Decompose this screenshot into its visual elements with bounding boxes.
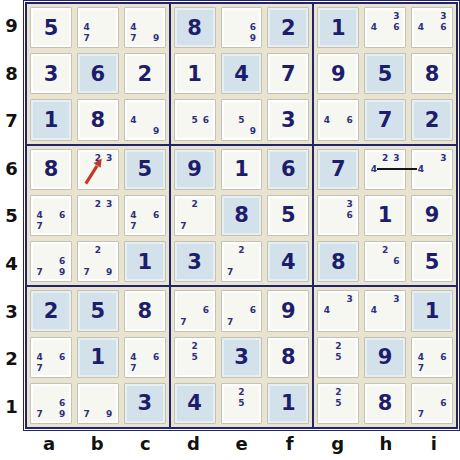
- row-label-2: 2: [0, 335, 23, 383]
- cell-d9[interactable]: 8: [174, 7, 216, 48]
- candidate-empty: [321, 221, 332, 232]
- candidate-empty: [344, 352, 355, 363]
- candidate-4: 4: [34, 210, 45, 221]
- candidate-empty: [333, 363, 344, 374]
- cell-c6[interactable]: 5: [124, 149, 166, 190]
- candidate-6: 6: [391, 256, 402, 267]
- cell-a4[interactable]: 679: [30, 241, 72, 282]
- candidate-7: 7: [128, 363, 139, 374]
- row-label-3: 3: [0, 287, 23, 335]
- cell-e7[interactable]: 59: [221, 99, 263, 140]
- box-8: 6767925384251: [171, 287, 313, 427]
- solved-digit: 5: [268, 196, 308, 235]
- candidate-empty: [139, 341, 150, 352]
- candidate-6: 6: [438, 398, 449, 409]
- sudoku-app: 987654321 547479362184986921475659313463…: [0, 0, 460, 460]
- cell-g5[interactable]: 36: [317, 195, 359, 236]
- candidate-empty: [380, 22, 391, 33]
- cell-i1[interactable]: 67: [411, 383, 453, 424]
- candidate-empty: [45, 387, 56, 398]
- solved-digit: 1: [365, 196, 405, 235]
- candidate-empty: [438, 341, 449, 352]
- candidate-empty: [236, 267, 247, 278]
- cell-h3[interactable]: 34: [364, 290, 406, 331]
- candidate-grid: 467: [128, 199, 162, 232]
- cell-i6[interactable]: 34: [411, 149, 453, 190]
- candidate-empty: [333, 103, 344, 114]
- solved-digit: 8: [365, 384, 405, 423]
- solved-digit: 8: [412, 54, 452, 93]
- col-label-a: a: [25, 429, 73, 458]
- cell-g1[interactable]: 25: [317, 383, 359, 424]
- cell-e1[interactable]: 25: [221, 383, 263, 424]
- cell-f1[interactable]: 1: [267, 383, 309, 424]
- cell-i2[interactable]: 467: [411, 337, 453, 378]
- row-label-4: 4: [0, 240, 23, 288]
- candidate-empty: [178, 294, 189, 305]
- candidate-empty: [34, 256, 45, 267]
- candidate-empty: [139, 22, 150, 33]
- cell-g2[interactable]: 25: [317, 337, 359, 378]
- candidate-empty: [333, 210, 344, 221]
- candidate-empty: [92, 267, 103, 278]
- candidate-empty: [57, 363, 68, 374]
- cell-c9[interactable]: 479: [124, 7, 166, 48]
- candidate-empty: [200, 316, 211, 327]
- candidate-7: 7: [34, 267, 45, 278]
- candidate-empty: [92, 22, 103, 33]
- candidate-empty: [333, 409, 344, 420]
- candidate-7: 7: [128, 221, 139, 232]
- candidate-empty: [200, 103, 211, 114]
- cell-f8[interactable]: 7: [267, 53, 309, 94]
- candidate-empty: [368, 316, 379, 327]
- candidate-4: 4: [81, 22, 92, 33]
- cell-d1[interactable]: 4: [174, 383, 216, 424]
- candidate-empty: [189, 103, 200, 114]
- cell-i5[interactable]: 9: [411, 195, 453, 236]
- candidate-empty: [333, 316, 344, 327]
- cell-g4[interactable]: 8: [317, 241, 359, 282]
- candidate-3: 3: [391, 11, 402, 22]
- cell-a3[interactable]: 2: [30, 290, 72, 331]
- candidate-empty: [150, 363, 161, 374]
- cell-a9[interactable]: 5: [30, 7, 72, 48]
- cell-d5[interactable]: 27: [174, 195, 216, 236]
- candidate-empty: [247, 316, 258, 327]
- given-digit: 9: [175, 150, 215, 189]
- candidate-empty: [92, 398, 103, 409]
- cell-d8[interactable]: 1: [174, 53, 216, 94]
- cell-f9[interactable]: 2: [267, 7, 309, 48]
- candidate-grid: 467: [34, 199, 68, 232]
- candidate-empty: [178, 305, 189, 316]
- candidate-grid: 67: [178, 294, 212, 327]
- cell-f4[interactable]: 4: [267, 241, 309, 282]
- cell-f6[interactable]: 6: [267, 149, 309, 190]
- candidate-5: 5: [333, 352, 344, 363]
- candidate-empty: [178, 199, 189, 210]
- candidate-grid: 56: [178, 103, 212, 136]
- candidate-empty: [344, 409, 355, 420]
- cell-b8[interactable]: 6: [77, 53, 119, 94]
- candidate-empty: [92, 11, 103, 22]
- cell-b2[interactable]: 1: [77, 337, 119, 378]
- candidate-empty: [189, 294, 200, 305]
- candidate-empty: [81, 398, 92, 409]
- candidate-empty: [92, 210, 103, 221]
- candidate-4: 4: [415, 22, 426, 33]
- cell-d3[interactable]: 67: [174, 290, 216, 331]
- row-labels: 987654321: [0, 2, 23, 430]
- cell-h2[interactable]: 9: [364, 337, 406, 378]
- candidate-empty: [225, 11, 236, 22]
- candidate-empty: [57, 245, 68, 256]
- candidate-empty: [150, 221, 161, 232]
- cell-d2[interactable]: 25: [174, 337, 216, 378]
- candidate-empty: [368, 245, 379, 256]
- candidate-empty: [81, 11, 92, 22]
- cell-b1[interactable]: 79: [77, 383, 119, 424]
- candidate-empty: [128, 103, 139, 114]
- cell-e4[interactable]: 27: [221, 241, 263, 282]
- candidate-empty: [415, 398, 426, 409]
- candidate-grid: 59: [225, 103, 259, 136]
- cell-a1[interactable]: 679: [30, 383, 72, 424]
- candidate-empty: [139, 352, 150, 363]
- cell-a6[interactable]: 8: [30, 149, 72, 190]
- candidate-grid: 36: [321, 199, 355, 232]
- candidate-6: 6: [344, 210, 355, 221]
- candidate-9: 9: [247, 126, 258, 137]
- cell-g8[interactable]: 9: [317, 53, 359, 94]
- candidate-empty: [236, 22, 247, 33]
- cell-c4[interactable]: 1: [124, 241, 166, 282]
- candidate-grid: 679: [34, 387, 68, 420]
- cell-b4[interactable]: 279: [77, 241, 119, 282]
- cell-i4[interactable]: 5: [411, 241, 453, 282]
- cell-f7[interactable]: 3: [267, 99, 309, 140]
- candidate-empty: [34, 245, 45, 256]
- candidate-empty: [344, 305, 355, 316]
- candidate-empty: [247, 256, 258, 267]
- candidate-6: 6: [247, 305, 258, 316]
- candidate-9: 9: [150, 33, 161, 44]
- candidate-empty: [247, 294, 258, 305]
- candidate-4: 4: [128, 352, 139, 363]
- candidate-empty: [321, 352, 332, 363]
- candidate-5: 5: [189, 352, 200, 363]
- candidate-empty: [200, 341, 211, 352]
- candidate-grid: 34: [321, 294, 355, 327]
- cell-b7[interactable]: 8: [77, 99, 119, 140]
- candidate-4: 4: [128, 115, 139, 126]
- candidate-empty: [92, 256, 103, 267]
- solved-digit: 8: [78, 100, 118, 139]
- candidate-empty: [426, 164, 437, 175]
- candidate-empty: [34, 199, 45, 210]
- cell-i8[interactable]: 8: [411, 53, 453, 94]
- candidate-6: 6: [57, 352, 68, 363]
- col-label-g: g: [314, 429, 362, 458]
- cell-h7[interactable]: 7: [364, 99, 406, 140]
- candidate-empty: [333, 199, 344, 210]
- candidate-empty: [438, 175, 449, 186]
- sudoku-board: 5474793621849869214756593134634695846728…: [25, 2, 458, 429]
- candidate-empty: [225, 103, 236, 114]
- solved-digit: 8: [268, 338, 308, 377]
- cell-d4[interactable]: 3: [174, 241, 216, 282]
- cell-e2[interactable]: 3: [221, 337, 263, 378]
- candidate-2: 2: [333, 341, 344, 352]
- col-label-c: c: [121, 429, 169, 458]
- candidate-empty: [321, 199, 332, 210]
- candidate-7: 7: [81, 267, 92, 278]
- candidate-empty: [368, 153, 379, 164]
- given-digit: 2: [31, 291, 71, 330]
- given-digit: 4: [222, 54, 262, 93]
- cell-h9[interactable]: 346: [364, 7, 406, 48]
- cell-g9[interactable]: 1: [317, 7, 359, 48]
- col-label-e: e: [217, 429, 265, 458]
- cell-e9[interactable]: 69: [221, 7, 263, 48]
- candidate-empty: [189, 126, 200, 137]
- row-label-9: 9: [0, 2, 23, 50]
- candidate-empty: [368, 175, 379, 186]
- candidate-empty: [92, 221, 103, 232]
- cell-b9[interactable]: 47: [77, 7, 119, 48]
- candidate-empty: [200, 221, 211, 232]
- given-digit: 1: [78, 338, 118, 377]
- candidate-empty: [344, 316, 355, 327]
- candidate-grid: 27: [225, 245, 259, 278]
- candidate-empty: [178, 341, 189, 352]
- cell-g7[interactable]: 46: [317, 99, 359, 140]
- cell-a8[interactable]: 3: [30, 53, 72, 94]
- box-1: 5474793621849: [27, 4, 169, 144]
- candidate-empty: [139, 33, 150, 44]
- candidate-empty: [81, 221, 92, 232]
- row-label-5: 5: [0, 192, 23, 240]
- candidate-empty: [150, 341, 161, 352]
- candidate-empty: [178, 363, 189, 374]
- candidate-empty: [247, 115, 258, 126]
- cell-c7[interactable]: 49: [124, 99, 166, 140]
- candidate-grid: 679: [34, 245, 68, 278]
- candidate-grid: 26: [368, 245, 402, 278]
- candidate-grid: 27: [178, 199, 212, 232]
- candidate-empty: [333, 305, 344, 316]
- cell-d7[interactable]: 56: [174, 99, 216, 140]
- candidate-empty: [426, 22, 437, 33]
- candidate-grid: 346: [368, 11, 402, 44]
- candidate-empty: [333, 126, 344, 137]
- cell-h1[interactable]: 8: [364, 383, 406, 424]
- candidate-empty: [438, 363, 449, 374]
- candidate-empty: [380, 256, 391, 267]
- cell-c5[interactable]: 467: [124, 195, 166, 236]
- candidate-5: 5: [236, 398, 247, 409]
- given-digit: 4: [268, 242, 308, 281]
- candidate-grid: 67: [225, 294, 259, 327]
- candidate-3: 3: [391, 153, 402, 164]
- candidate-empty: [189, 210, 200, 221]
- candidate-5: 5: [333, 398, 344, 409]
- candidate-empty: [189, 221, 200, 232]
- candidate-empty: [236, 11, 247, 22]
- candidate-empty: [321, 409, 332, 420]
- candidate-empty: [247, 245, 258, 256]
- candidate-empty: [368, 294, 379, 305]
- col-label-h: h: [362, 429, 410, 458]
- cell-e3[interactable]: 67: [221, 290, 263, 331]
- cell-a7[interactable]: 1: [30, 99, 72, 140]
- candidate-empty: [81, 245, 92, 256]
- candidate-empty: [247, 267, 258, 278]
- cell-i9[interactable]: 346: [411, 7, 453, 48]
- candidate-empty: [344, 398, 355, 409]
- candidate-6: 6: [391, 22, 402, 33]
- candidate-empty: [426, 363, 437, 374]
- candidate-empty: [150, 103, 161, 114]
- cell-f2[interactable]: 8: [267, 337, 309, 378]
- candidate-3: 3: [438, 153, 449, 164]
- candidate-7: 7: [34, 363, 45, 374]
- candidate-empty: [45, 199, 56, 210]
- box-5: 91627853274: [171, 146, 313, 286]
- candidate-empty: [438, 33, 449, 44]
- cell-f5[interactable]: 5: [267, 195, 309, 236]
- solved-digit: 9: [318, 54, 358, 93]
- candidate-4: 4: [321, 305, 332, 316]
- cell-e8[interactable]: 4: [221, 53, 263, 94]
- candidate-grid: 479: [128, 11, 162, 44]
- candidate-2: 2: [236, 387, 247, 398]
- candidate-empty: [178, 352, 189, 363]
- candidate-empty: [103, 245, 114, 256]
- candidate-empty: [189, 305, 200, 316]
- candidate-empty: [81, 199, 92, 210]
- candidate-empty: [321, 387, 332, 398]
- cell-c8[interactable]: 2: [124, 53, 166, 94]
- candidate-2: 2: [189, 341, 200, 352]
- candidate-empty: [225, 294, 236, 305]
- given-digit: 8: [175, 8, 215, 47]
- row-label-1: 1: [0, 382, 23, 430]
- cell-d6[interactable]: 9: [174, 149, 216, 190]
- candidate-2: 2: [380, 245, 391, 256]
- cell-h8[interactable]: 5: [364, 53, 406, 94]
- candidate-2: 2: [92, 199, 103, 210]
- candidate-empty: [426, 341, 437, 352]
- cell-c3[interactable]: 8: [124, 290, 166, 331]
- cell-c1[interactable]: 3: [124, 383, 166, 424]
- candidate-empty: [200, 126, 211, 137]
- cell-b5[interactable]: 23: [77, 195, 119, 236]
- given-digit: 1: [125, 242, 165, 281]
- candidate-9: 9: [57, 267, 68, 278]
- cell-i7[interactable]: 2: [411, 99, 453, 140]
- candidate-empty: [344, 363, 355, 374]
- cell-h4[interactable]: 26: [364, 241, 406, 282]
- candidate-empty: [426, 33, 437, 44]
- candidate-empty: [391, 33, 402, 44]
- candidate-empty: [128, 341, 139, 352]
- candidate-7: 7: [225, 267, 236, 278]
- candidate-2: 2: [380, 153, 391, 164]
- candidate-empty: [415, 11, 426, 22]
- candidate-grid: 69: [225, 11, 259, 44]
- solved-digit: 7: [268, 54, 308, 93]
- candidate-empty: [321, 363, 332, 374]
- candidate-empty: [380, 33, 391, 44]
- candidate-empty: [103, 256, 114, 267]
- candidate-empty: [236, 33, 247, 44]
- candidate-empty: [45, 245, 56, 256]
- candidate-empty: [321, 398, 332, 409]
- candidate-empty: [391, 305, 402, 316]
- candidate-5: 5: [189, 115, 200, 126]
- candidate-empty: [380, 294, 391, 305]
- candidate-empty: [139, 126, 150, 137]
- candidate-empty: [189, 363, 200, 374]
- candidate-empty: [247, 387, 258, 398]
- cell-f3[interactable]: 9: [267, 290, 309, 331]
- candidate-empty: [45, 398, 56, 409]
- cell-h5[interactable]: 1: [364, 195, 406, 236]
- cell-a5[interactable]: 467: [30, 195, 72, 236]
- candidate-empty: [150, 115, 161, 126]
- candidate-empty: [438, 387, 449, 398]
- cell-e5[interactable]: 8: [221, 195, 263, 236]
- candidate-grid: 34: [415, 153, 449, 186]
- col-label-b: b: [73, 429, 121, 458]
- candidate-empty: [128, 199, 139, 210]
- cell-a2[interactable]: 467: [30, 337, 72, 378]
- cell-g3[interactable]: 34: [317, 290, 359, 331]
- candidate-4: 4: [128, 210, 139, 221]
- given-digit: 5: [125, 150, 165, 189]
- cell-c2[interactable]: 467: [124, 337, 166, 378]
- solved-digit: 1: [175, 54, 215, 93]
- candidate-empty: [438, 409, 449, 420]
- candidate-empty: [103, 398, 114, 409]
- candidate-empty: [200, 199, 211, 210]
- cell-b6[interactable]: 23: [77, 149, 119, 190]
- given-digit: 8: [222, 196, 262, 235]
- candidate-7: 7: [415, 363, 426, 374]
- cell-g6[interactable]: 7: [317, 149, 359, 190]
- candidate-empty: [380, 267, 391, 278]
- cell-e6[interactable]: 1: [221, 149, 263, 190]
- candidate-empty: [344, 387, 355, 398]
- candidate-empty: [321, 210, 332, 221]
- cell-i3[interactable]: 1: [411, 290, 453, 331]
- candidate-empty: [225, 115, 236, 126]
- given-digit: 2: [268, 8, 308, 47]
- cell-b3[interactable]: 5: [77, 290, 119, 331]
- candidate-empty: [103, 11, 114, 22]
- candidate-grid: 25: [225, 387, 259, 420]
- given-digit: 8: [318, 242, 358, 281]
- candidate-empty: [178, 103, 189, 114]
- solved-digit: 9: [412, 196, 452, 235]
- candidate-2: 2: [333, 387, 344, 398]
- cell-h6[interactable]: 234: [364, 149, 406, 190]
- box-2: 869214756593: [171, 4, 313, 144]
- box-9: 3434125946725867: [314, 287, 456, 427]
- candidate-empty: [368, 256, 379, 267]
